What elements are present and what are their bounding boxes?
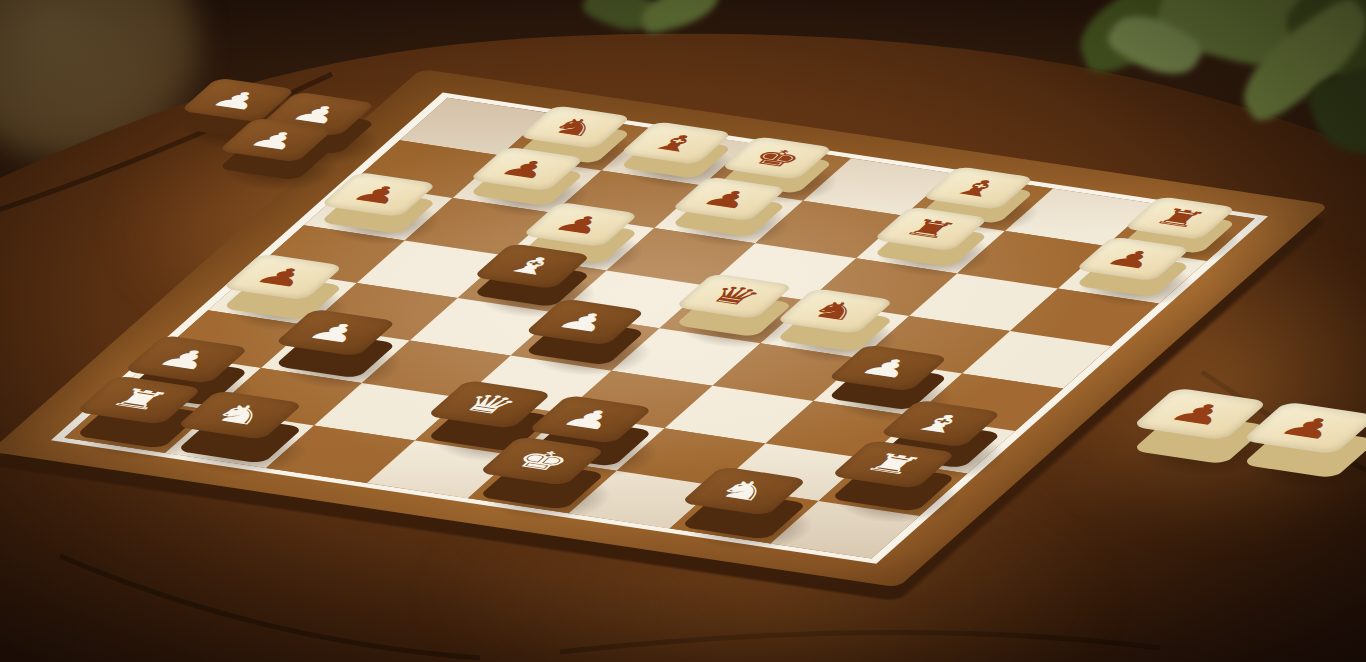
pawn-icon: ♟ xyxy=(554,405,627,434)
rook-icon: ♜ xyxy=(857,450,930,479)
pawn-icon: ♟ xyxy=(300,319,371,348)
king-icon: ♚ xyxy=(505,446,579,476)
pawn-icon: ♟ xyxy=(205,86,272,113)
knight-icon: ♞ xyxy=(542,114,607,140)
queen-icon: ♛ xyxy=(699,282,768,310)
bishop-icon: ♝ xyxy=(905,409,976,438)
knight-icon: ♞ xyxy=(707,476,781,506)
pawn-icon: ♟ xyxy=(1271,412,1350,444)
bishop-icon: ♝ xyxy=(643,129,708,155)
pawn-icon: ♟ xyxy=(853,353,923,381)
pawn-icon: ♟ xyxy=(1161,398,1240,430)
pawn-icon: ♟ xyxy=(344,181,412,208)
pawn-icon: ♟ xyxy=(546,211,614,238)
photo-scene: ♞♝♚♝♜♟♟♜♟♟♟♝♛♞♟♟♟♟♝♟♛♟♜♜♞♚♞♟♟♟♟♟ xyxy=(0,0,1366,662)
bishop-icon: ♝ xyxy=(946,175,1011,201)
pawn-icon: ♟ xyxy=(247,263,317,291)
pawn-icon: ♟ xyxy=(494,155,561,182)
king-icon: ♚ xyxy=(744,144,809,170)
knight-icon: ♞ xyxy=(800,297,869,325)
knight-icon: ♞ xyxy=(203,400,277,430)
pawn-icon: ♟ xyxy=(243,126,310,153)
pawn-icon: ♟ xyxy=(150,344,223,373)
queen-icon: ♛ xyxy=(453,390,526,419)
rook-icon: ♜ xyxy=(897,215,964,242)
pawn-icon: ♟ xyxy=(550,308,620,336)
rook-icon: ♜ xyxy=(102,385,176,415)
pawn-icon: ♟ xyxy=(1099,246,1166,273)
rook-icon: ♜ xyxy=(1148,205,1213,231)
bishop-icon: ♝ xyxy=(498,252,567,280)
pawn-icon: ♟ xyxy=(696,185,763,212)
